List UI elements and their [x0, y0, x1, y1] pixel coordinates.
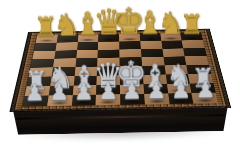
chess-set-photo: ♜♞♝♛♚♝♞♜♜♞♝♛♚♝♞♜♟♟♟♟♟♟♟♟ [0, 0, 240, 146]
silver-pawn-piece: ♟ [146, 79, 167, 102]
silver-pawn-piece: ♟ [73, 80, 94, 103]
silver-pawn-piece: ♟ [25, 81, 46, 104]
silver-pawn-piece: ♟ [98, 80, 119, 103]
board-square-a1: ♟ [22, 96, 48, 107]
chess-set-group: ♜♞♝♛♚♝♞♜♜♞♝♛♚♝♞♜♟♟♟♟♟♟♟♟ [0, 0, 240, 146]
silver-pawn-piece: ♟ [122, 79, 143, 102]
box-lid-seam [17, 114, 224, 120]
chess-board-squares: ♜♞♝♛♚♝♞♜♜♞♝♛♚♝♞♜♟♟♟♟♟♟♟♟ [22, 32, 218, 106]
gold-knight-piece: ♞ [157, 8, 185, 39]
chess-board: ♜♞♝♛♚♝♞♜♜♞♝♛♚♝♞♜♟♟♟♟♟♟♟♟ [9, 29, 231, 112]
silver-pawn-piece: ♟ [171, 78, 192, 101]
silver-pawn-piece: ♟ [49, 80, 70, 103]
silver-pawn-piece: ♟ [195, 78, 216, 101]
gold-knight-piece: ♞ [53, 10, 81, 41]
